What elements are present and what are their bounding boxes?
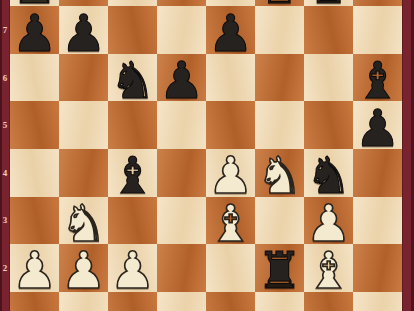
square-a5[interactable] bbox=[10, 101, 59, 149]
rank-label-3: 3 bbox=[0, 215, 10, 225]
black-pawn-h5[interactable]: ♟ bbox=[355, 102, 401, 153]
square-e3[interactable]: ♝ bbox=[206, 197, 255, 245]
square-h2[interactable] bbox=[353, 244, 402, 292]
square-b6[interactable] bbox=[59, 54, 108, 102]
square-h7[interactable] bbox=[353, 6, 402, 54]
black-pawn-a7[interactable]: ♟ bbox=[12, 7, 58, 58]
chess-board: ♜♛♚♟♟♟♞♟♝♟♝♟♞♞♞♝♟♟♟♟♜♝ bbox=[10, 0, 402, 311]
square-a4[interactable] bbox=[10, 149, 59, 197]
rank-label-5: 5 bbox=[0, 120, 10, 130]
black-bishop-c4[interactable]: ♝ bbox=[110, 150, 156, 201]
square-g4[interactable]: ♞ bbox=[304, 149, 353, 197]
square-b5[interactable] bbox=[59, 101, 108, 149]
black-rook-f2[interactable]: ♜ bbox=[257, 245, 303, 296]
square-h5[interactable]: ♟ bbox=[353, 101, 402, 149]
square-c3[interactable] bbox=[108, 197, 157, 245]
square-a1[interactable] bbox=[10, 292, 59, 311]
white-bishop-g2[interactable]: ♝ bbox=[306, 245, 352, 296]
square-h6[interactable]: ♝ bbox=[353, 54, 402, 102]
square-f2[interactable]: ♜ bbox=[255, 244, 304, 292]
square-e5[interactable] bbox=[206, 101, 255, 149]
chessboard-frame: ♜♛♚♟♟♟♞♟♝♟♝♟♞♞♞♝♟♟♟♟♜♝ 765432 bbox=[0, 0, 414, 311]
square-f6[interactable] bbox=[255, 54, 304, 102]
white-bishop-e3[interactable]: ♝ bbox=[208, 197, 254, 248]
square-c6[interactable]: ♞ bbox=[108, 54, 157, 102]
rank-label-4: 4 bbox=[0, 168, 10, 178]
black-knight-c6[interactable]: ♞ bbox=[110, 55, 156, 106]
black-pawn-e7[interactable]: ♟ bbox=[208, 7, 254, 58]
square-g3[interactable]: ♟ bbox=[304, 197, 353, 245]
square-c7[interactable] bbox=[108, 6, 157, 54]
black-pawn-d6[interactable]: ♟ bbox=[159, 55, 205, 106]
square-c5[interactable] bbox=[108, 101, 157, 149]
square-a6[interactable] bbox=[10, 54, 59, 102]
white-pawn-b2[interactable]: ♟ bbox=[61, 245, 107, 296]
white-pawn-c2[interactable]: ♟ bbox=[110, 245, 156, 296]
square-h4[interactable] bbox=[353, 149, 402, 197]
square-e4[interactable]: ♟ bbox=[206, 149, 255, 197]
square-c1[interactable] bbox=[108, 292, 157, 311]
rank-label-7: 7 bbox=[0, 25, 10, 35]
square-g2[interactable]: ♝ bbox=[304, 244, 353, 292]
square-e2[interactable] bbox=[206, 244, 255, 292]
square-g1[interactable] bbox=[304, 292, 353, 311]
square-g6[interactable] bbox=[304, 54, 353, 102]
square-d5[interactable] bbox=[157, 101, 206, 149]
square-a7[interactable]: ♟ bbox=[10, 6, 59, 54]
square-d4[interactable] bbox=[157, 149, 206, 197]
square-b7[interactable]: ♟ bbox=[59, 6, 108, 54]
square-f5[interactable] bbox=[255, 101, 304, 149]
black-pawn-b7[interactable]: ♟ bbox=[61, 7, 107, 58]
square-f4[interactable]: ♞ bbox=[255, 149, 304, 197]
square-f7[interactable] bbox=[255, 6, 304, 54]
square-e1[interactable] bbox=[206, 292, 255, 311]
square-d2[interactable] bbox=[157, 244, 206, 292]
square-d3[interactable] bbox=[157, 197, 206, 245]
white-pawn-a2[interactable]: ♟ bbox=[12, 245, 58, 296]
rank-label-6: 6 bbox=[0, 73, 10, 83]
square-h3[interactable] bbox=[353, 197, 402, 245]
square-d6[interactable]: ♟ bbox=[157, 54, 206, 102]
square-a3[interactable] bbox=[10, 197, 59, 245]
square-b4[interactable] bbox=[59, 149, 108, 197]
rank-label-2: 2 bbox=[0, 263, 10, 273]
white-knight-f4[interactable]: ♞ bbox=[257, 150, 303, 201]
square-e6[interactable] bbox=[206, 54, 255, 102]
square-d1[interactable] bbox=[157, 292, 206, 311]
square-f1[interactable] bbox=[255, 292, 304, 311]
square-h1[interactable] bbox=[353, 292, 402, 311]
square-a2[interactable]: ♟ bbox=[10, 244, 59, 292]
square-d7[interactable] bbox=[157, 6, 206, 54]
square-g5[interactable] bbox=[304, 101, 353, 149]
square-f3[interactable] bbox=[255, 197, 304, 245]
square-b3[interactable]: ♞ bbox=[59, 197, 108, 245]
square-b1[interactable] bbox=[59, 292, 108, 311]
square-c4[interactable]: ♝ bbox=[108, 149, 157, 197]
square-c2[interactable]: ♟ bbox=[108, 244, 157, 292]
square-g7[interactable] bbox=[304, 6, 353, 54]
square-b2[interactable]: ♟ bbox=[59, 244, 108, 292]
square-e7[interactable]: ♟ bbox=[206, 6, 255, 54]
